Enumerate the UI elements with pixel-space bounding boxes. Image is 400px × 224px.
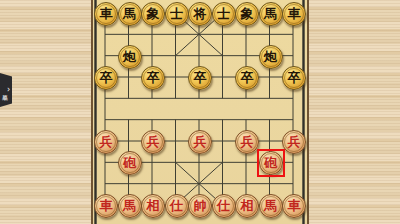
piece-black-soldier[interactable]: 卒 (282, 66, 306, 90)
piece-black-advisor[interactable]: 士 (165, 2, 189, 26)
piece-red-general[interactable]: 帥 (188, 194, 212, 218)
piece-red-cannon[interactable]: 砲 (259, 151, 283, 175)
piece-red-advisor[interactable]: 仕 (212, 194, 236, 218)
piece-black-cannon[interactable]: 炮 (118, 45, 142, 69)
piece-black-chariot[interactable]: 車 (282, 2, 306, 26)
piece-red-horse[interactable]: 馬 (259, 194, 283, 218)
piece-black-elephant[interactable]: 象 (235, 2, 259, 26)
piece-red-elephant[interactable]: 相 (235, 194, 259, 218)
piece-red-elephant[interactable]: 相 (141, 194, 165, 218)
piece-red-soldier[interactable]: 兵 (282, 130, 306, 154)
piece-red-soldier[interactable]: 兵 (235, 130, 259, 154)
piece-black-soldier[interactable]: 卒 (188, 66, 212, 90)
piece-black-soldier[interactable]: 卒 (94, 66, 118, 90)
piece-red-chariot[interactable]: 車 (282, 194, 306, 218)
xiangqi-board[interactable]: 車馬象士将士象馬車炮炮卒卒卒卒卒兵兵兵兵兵砲砲車馬相仕帥仕相馬車 (91, 0, 309, 224)
piece-layer: 車馬象士将士象馬車炮炮卒卒卒卒卒兵兵兵兵兵砲砲車馬相仕帥仕相馬車 (93, 0, 307, 224)
piece-black-advisor[interactable]: 士 (212, 2, 236, 26)
piece-black-horse[interactable]: 馬 (259, 2, 283, 26)
piece-red-advisor[interactable]: 仕 (165, 194, 189, 218)
piece-black-elephant[interactable]: 象 (141, 2, 165, 26)
side-panel-tab[interactable]: 菜单 › (0, 73, 12, 107)
chevron-right-icon: › (7, 86, 10, 94)
piece-black-chariot[interactable]: 車 (94, 2, 118, 26)
piece-red-cannon[interactable]: 砲 (118, 151, 142, 175)
app-background: 菜单 › 車馬象士将士象馬車炮炮卒卒卒卒卒兵兵兵兵兵砲砲車馬相仕帥仕相馬車 (0, 0, 400, 224)
piece-red-chariot[interactable]: 車 (94, 194, 118, 218)
piece-red-horse[interactable]: 馬 (118, 194, 142, 218)
piece-red-soldier[interactable]: 兵 (188, 130, 212, 154)
piece-black-soldier[interactable]: 卒 (141, 66, 165, 90)
piece-black-horse[interactable]: 馬 (118, 2, 142, 26)
piece-black-general[interactable]: 将 (188, 2, 212, 26)
piece-red-soldier[interactable]: 兵 (141, 130, 165, 154)
piece-black-soldier[interactable]: 卒 (235, 66, 259, 90)
piece-black-cannon[interactable]: 炮 (259, 45, 283, 69)
piece-red-soldier[interactable]: 兵 (94, 130, 118, 154)
